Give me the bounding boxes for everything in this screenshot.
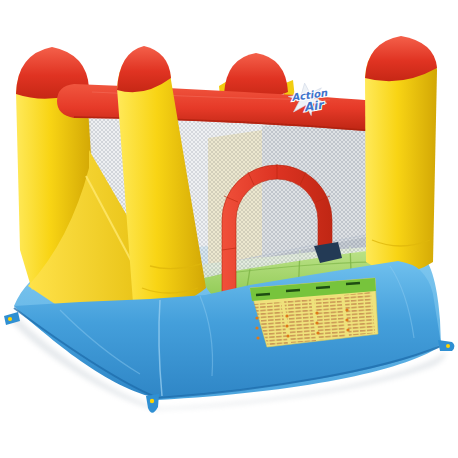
anchor-tab-right <box>438 340 455 351</box>
grommet-left <box>8 317 12 321</box>
grommet-right <box>446 344 450 348</box>
bounce-house-illustration: Action Air <box>0 0 458 458</box>
column-front-right <box>365 36 437 273</box>
grommet-front <box>150 399 154 403</box>
product-photo: Action Air <box>0 0 458 458</box>
